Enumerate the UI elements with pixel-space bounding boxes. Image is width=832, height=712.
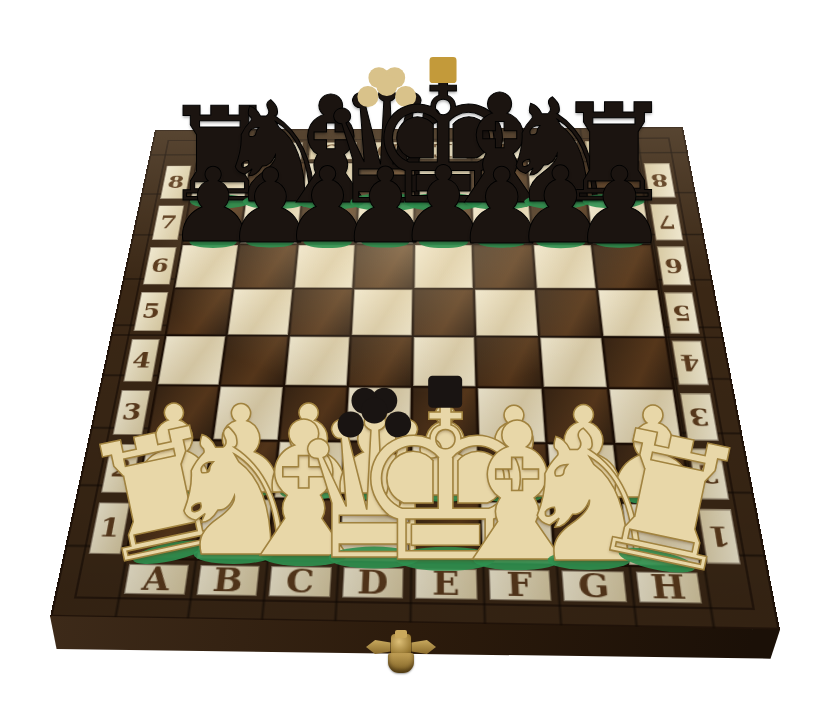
- clasp-left-arm-icon: [366, 640, 392, 654]
- piece-glyph: ♟: [572, 152, 667, 258]
- square-a5[interactable]: [167, 289, 233, 335]
- square-d5[interactable]: [351, 289, 412, 335]
- rank-label-5: 5: [133, 292, 168, 332]
- clasp-right-arm-icon: [410, 640, 436, 654]
- clasp-topper-icon: [395, 630, 407, 638]
- clasp-hook-icon: [388, 653, 414, 673]
- square-b4[interactable]: [221, 336, 287, 385]
- square-g5[interactable]: [536, 290, 601, 337]
- square-f5[interactable]: [475, 289, 537, 335]
- square-c5[interactable]: [289, 289, 352, 335]
- square-b5[interactable]: [228, 289, 292, 335]
- piece-black-pawn[interactable]: ♟: [572, 152, 667, 258]
- rank-label-right-4: 4: [672, 341, 709, 385]
- square-h5[interactable]: [598, 290, 665, 337]
- square-a4[interactable]: [158, 336, 226, 385]
- rank-label-4: 4: [123, 339, 159, 381]
- square-e5[interactable]: [414, 289, 475, 335]
- rank-label-right-5: 5: [664, 293, 700, 334]
- chess-set-photo: ABCDEFGH 87654321 87654321 ABCDEFGH ♜♞♝♛…: [0, 0, 832, 712]
- brass-clasp-icon: [366, 630, 436, 676]
